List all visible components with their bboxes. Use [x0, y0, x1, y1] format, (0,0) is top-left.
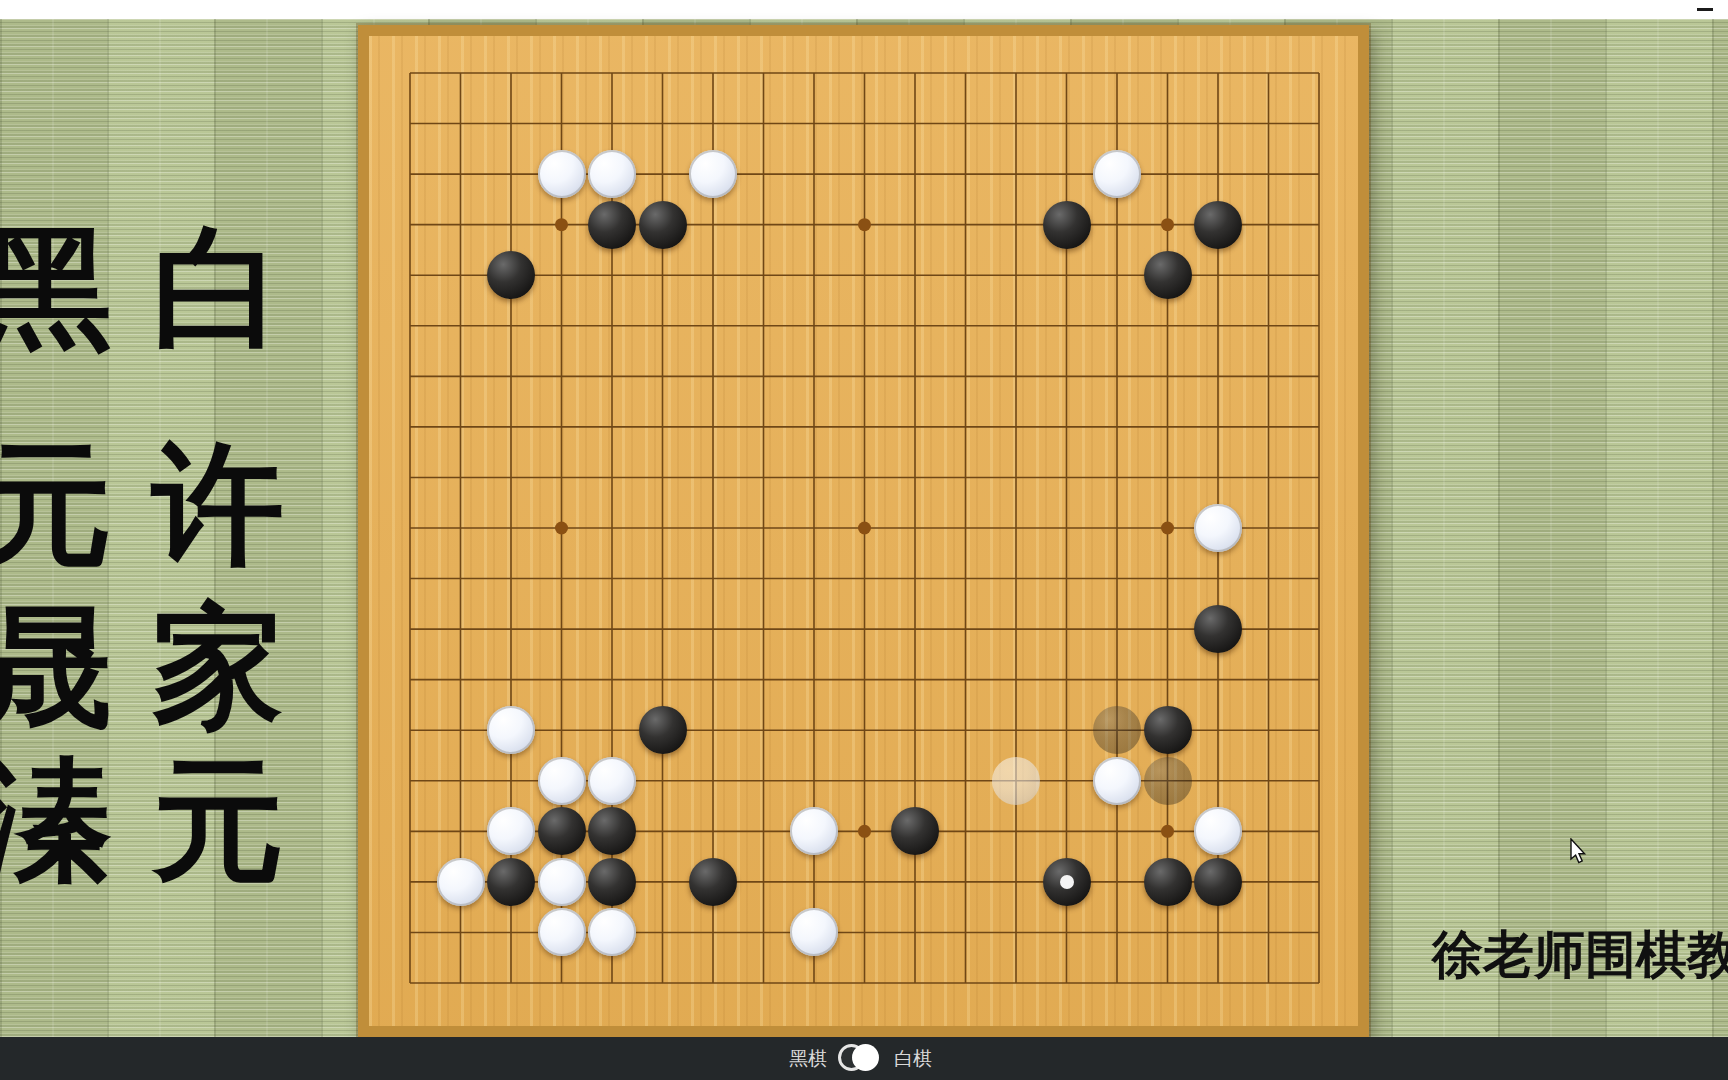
- white-stone: [1194, 504, 1242, 552]
- bottom-bar: 黑棋 白棋: [0, 1037, 1728, 1080]
- white-stone: [487, 807, 535, 855]
- black-stone: [1144, 251, 1192, 299]
- white-stone: [538, 858, 586, 906]
- ghost-white-stone: [992, 757, 1040, 805]
- black-stone: [588, 807, 636, 855]
- black-player-char: 黑: [0, 222, 114, 354]
- white-stone: [538, 757, 586, 805]
- white-stone-toggle-icon: [852, 1044, 879, 1071]
- watermark-text: 徐老师围棋教室: [1432, 921, 1728, 990]
- ghost-black-stone: [1144, 757, 1192, 805]
- black-stone-last-move: [1043, 858, 1091, 906]
- last-move-marker: [1060, 875, 1074, 889]
- white-stone: [487, 706, 535, 754]
- window-titlebar: [0, 0, 1728, 19]
- black-stone: [1144, 706, 1192, 754]
- stone-color-toggle[interactable]: [838, 1044, 880, 1073]
- ghost-black-stone: [1093, 706, 1141, 754]
- black-stone: [1194, 605, 1242, 653]
- white-player-char: 许: [150, 438, 286, 570]
- white-player-char: 白: [150, 222, 286, 354]
- black-player-char: 溱: [0, 754, 114, 886]
- white-player-char: 元: [150, 754, 286, 886]
- black-stone: [487, 858, 535, 906]
- minimize-icon[interactable]: [1697, 8, 1713, 11]
- white-stone: [538, 150, 586, 198]
- black-stone: [891, 807, 939, 855]
- black-stone: [1194, 201, 1242, 249]
- black-player-char: 晟: [0, 600, 114, 732]
- white-stone: [588, 150, 636, 198]
- black-stone: [1194, 858, 1242, 906]
- white-stone: [588, 757, 636, 805]
- white-stone: [1093, 757, 1141, 805]
- white-player-char: 家: [150, 600, 286, 732]
- white-stone: [1194, 807, 1242, 855]
- black-stone: [1043, 201, 1091, 249]
- white-toggle-label: 白棋: [894, 1037, 932, 1080]
- white-stone: [538, 908, 586, 956]
- black-stone: [538, 807, 586, 855]
- white-stone: [689, 150, 737, 198]
- black-stone: [487, 251, 535, 299]
- black-toggle-label: 黑棋: [789, 1037, 827, 1080]
- black-stone: [639, 201, 687, 249]
- white-stone: [437, 858, 485, 906]
- black-stone: [1144, 858, 1192, 906]
- black-stone: [588, 201, 636, 249]
- black-stone: [689, 858, 737, 906]
- black-player-char: 元: [0, 438, 114, 570]
- white-stone: [1093, 150, 1141, 198]
- black-stone: [639, 706, 687, 754]
- black-stone: [588, 858, 636, 906]
- white-stone: [790, 807, 838, 855]
